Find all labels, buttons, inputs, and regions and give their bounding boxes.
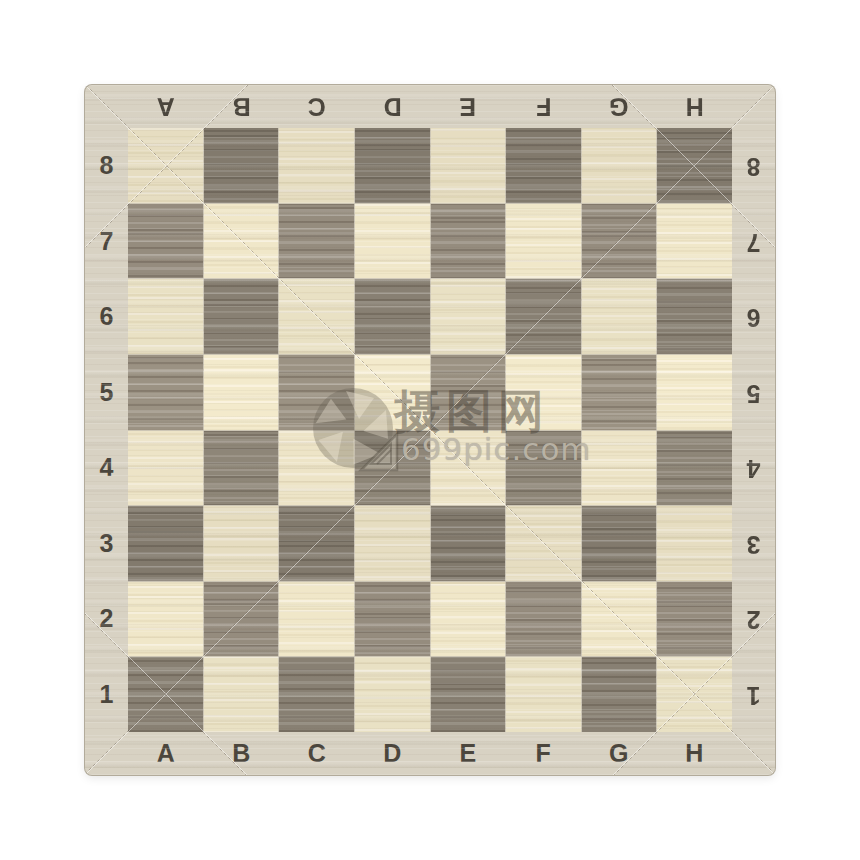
square-e6	[431, 279, 506, 354]
square-h5	[657, 355, 732, 430]
file-label-top-b: B	[204, 85, 280, 128]
square-g2	[582, 582, 657, 657]
square-e7	[431, 204, 506, 279]
square-b4	[204, 431, 279, 506]
square-h4	[657, 431, 732, 506]
square-f6	[506, 279, 581, 354]
square-g4	[582, 431, 657, 506]
file-label-bottom-h: H	[657, 732, 733, 775]
rank-label-right-3: 3	[732, 506, 775, 582]
rank-label-left-5: 5	[85, 355, 128, 431]
square-h1	[657, 657, 732, 732]
square-d7	[355, 204, 430, 279]
square-e8	[431, 128, 506, 203]
square-b5	[204, 355, 279, 430]
square-c7	[279, 204, 354, 279]
file-label-top-g: G	[581, 85, 657, 128]
square-f1	[506, 657, 581, 732]
rank-labels-left: 87654321	[85, 128, 128, 732]
square-g5	[582, 355, 657, 430]
rank-labels-right: 87654321	[732, 128, 775, 732]
square-b2	[204, 582, 279, 657]
square-c6	[279, 279, 354, 354]
square-a2	[128, 582, 203, 657]
rank-label-right-8: 8	[732, 128, 775, 204]
square-h7	[657, 204, 732, 279]
square-d8	[355, 128, 430, 203]
rank-label-left-4: 4	[85, 430, 128, 506]
square-h2	[657, 582, 732, 657]
square-e2	[431, 582, 506, 657]
square-c5	[279, 355, 354, 430]
square-d3	[355, 506, 430, 581]
board-squares	[128, 128, 732, 732]
file-label-top-f: F	[506, 85, 582, 128]
square-d2	[355, 582, 430, 657]
rank-label-right-2: 2	[732, 581, 775, 657]
file-labels-bottom: ABCDEFGH	[128, 732, 732, 775]
file-label-top-h: H	[657, 85, 733, 128]
square-h3	[657, 506, 732, 581]
square-e3	[431, 506, 506, 581]
square-h6	[657, 279, 732, 354]
square-a3	[128, 506, 203, 581]
square-g8	[582, 128, 657, 203]
square-a7	[128, 204, 203, 279]
file-labels-top: ABCDEFGH	[128, 85, 732, 128]
square-b8	[204, 128, 279, 203]
file-label-bottom-f: F	[506, 732, 582, 775]
square-e5	[431, 355, 506, 430]
square-g7	[582, 204, 657, 279]
square-d1	[355, 657, 430, 732]
square-f4	[506, 431, 581, 506]
square-b7	[204, 204, 279, 279]
square-g3	[582, 506, 657, 581]
square-c2	[279, 582, 354, 657]
rank-label-left-7: 7	[85, 204, 128, 280]
rank-label-left-3: 3	[85, 506, 128, 582]
rank-label-left-2: 2	[85, 581, 128, 657]
square-f2	[506, 582, 581, 657]
rank-label-right-1: 1	[732, 657, 775, 733]
square-a8	[128, 128, 203, 203]
rank-label-right-6: 6	[732, 279, 775, 355]
file-label-bottom-d: D	[355, 732, 431, 775]
square-h8	[657, 128, 732, 203]
file-label-top-a: A	[128, 85, 204, 128]
square-b3	[204, 506, 279, 581]
rank-label-right-7: 7	[732, 204, 775, 280]
square-f5	[506, 355, 581, 430]
square-d5	[355, 355, 430, 430]
file-label-top-d: D	[355, 85, 431, 128]
square-f7	[506, 204, 581, 279]
square-c3	[279, 506, 354, 581]
file-label-bottom-b: B	[204, 732, 280, 775]
chess-board: ABCDEFGH ABCDEFGH 87654321 87654321	[85, 85, 775, 775]
rank-label-left-6: 6	[85, 279, 128, 355]
square-a1	[128, 657, 203, 732]
square-d6	[355, 279, 430, 354]
file-label-bottom-e: E	[430, 732, 506, 775]
file-label-top-e: E	[430, 85, 506, 128]
square-a6	[128, 279, 203, 354]
square-c1	[279, 657, 354, 732]
square-e4	[431, 431, 506, 506]
square-d4	[355, 431, 430, 506]
square-f8	[506, 128, 581, 203]
rank-label-right-5: 5	[732, 355, 775, 431]
file-label-bottom-c: C	[279, 732, 355, 775]
stock-photo-canvas: ABCDEFGH ABCDEFGH 87654321 87654321	[0, 0, 860, 860]
square-g1	[582, 657, 657, 732]
square-e1	[431, 657, 506, 732]
file-label-bottom-a: A	[128, 732, 204, 775]
rank-label-right-4: 4	[732, 430, 775, 506]
file-label-top-c: C	[279, 85, 355, 128]
square-a4	[128, 431, 203, 506]
rank-label-left-1: 1	[85, 657, 128, 733]
square-c8	[279, 128, 354, 203]
square-f3	[506, 506, 581, 581]
square-g6	[582, 279, 657, 354]
square-b1	[204, 657, 279, 732]
square-c4	[279, 431, 354, 506]
file-label-bottom-g: G	[581, 732, 657, 775]
rank-label-left-8: 8	[85, 128, 128, 204]
square-b6	[204, 279, 279, 354]
square-a5	[128, 355, 203, 430]
